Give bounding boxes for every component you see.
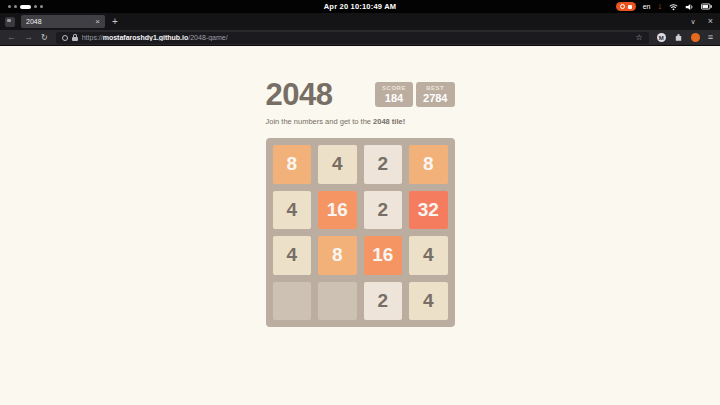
tile-2-r2c3: 2 bbox=[364, 191, 403, 230]
firefox-account-icon[interactable] bbox=[691, 33, 700, 42]
screen: Apr 20 10:10:49 AM en ↓ bbox=[0, 0, 720, 405]
workspace-indicator[interactable] bbox=[8, 5, 43, 9]
board: 84284162324816424 bbox=[266, 138, 455, 327]
best-box: BEST 2784 bbox=[416, 82, 454, 107]
system-tray: en ↓ bbox=[616, 2, 712, 11]
wifi-icon[interactable] bbox=[669, 3, 678, 11]
tile-16-r2c2: 16 bbox=[318, 191, 357, 230]
tile-4-r3c1: 4 bbox=[273, 236, 312, 275]
tracking-protection-icon[interactable] bbox=[62, 35, 68, 41]
extensions-puzzle-icon[interactable] bbox=[674, 33, 683, 42]
workspace-dot bbox=[8, 5, 11, 8]
list-tabs-chevron-icon[interactable]: ∨ bbox=[691, 18, 696, 26]
tile-4-r4c4: 4 bbox=[409, 282, 448, 321]
tab-title: 2048 bbox=[26, 18, 91, 25]
back-button[interactable]: ← bbox=[7, 33, 16, 42]
forward-button[interactable]: → bbox=[24, 33, 33, 42]
new-tab-button[interactable]: + bbox=[112, 17, 118, 27]
empty-cell-r4c2 bbox=[318, 282, 357, 321]
tile-4-r1c2: 4 bbox=[318, 145, 357, 184]
bookmark-star-icon[interactable]: ☆ bbox=[636, 34, 643, 42]
tab-close-icon[interactable]: × bbox=[95, 18, 100, 26]
score-value: 184 bbox=[382, 92, 406, 104]
updates-icon[interactable]: ↓ bbox=[658, 2, 663, 11]
lock-icon[interactable] bbox=[72, 37, 78, 41]
game-container: 2048 SCORE 184 BEST 2784 Join the number… bbox=[266, 79, 455, 405]
tile-8-r1c4: 8 bbox=[409, 145, 448, 184]
url-text: https://mostafaroshdy1.github.io/2048-ga… bbox=[82, 34, 632, 41]
tile-4-r2c1: 4 bbox=[273, 191, 312, 230]
empty-cell-r4c1 bbox=[273, 282, 312, 321]
tile-8-r1c1: 8 bbox=[273, 145, 312, 184]
subtitle-text: Join the numbers and get to the bbox=[266, 117, 374, 126]
window-close-icon[interactable]: × bbox=[708, 17, 713, 26]
tile-4-r3c4: 4 bbox=[409, 236, 448, 275]
record-icon bbox=[620, 4, 625, 9]
extension-badge-icon[interactable]: M bbox=[657, 33, 666, 42]
menu-icon[interactable]: ≡ bbox=[708, 33, 713, 42]
workspace-dot bbox=[34, 5, 37, 8]
tab-2048[interactable]: 2048 × bbox=[21, 15, 105, 28]
tile-2-r1c3: 2 bbox=[364, 145, 403, 184]
tile-8-r3c2: 8 bbox=[318, 236, 357, 275]
workspace-dot bbox=[40, 5, 43, 8]
url-path: /2048-game/ bbox=[188, 34, 227, 41]
tile-32-r2c4: 32 bbox=[409, 191, 448, 230]
url-scheme: https:// bbox=[82, 34, 103, 41]
navigation-bar: ← → ↻ https://mostafaroshdy1.github.io/2… bbox=[0, 30, 720, 46]
firefox-view-icon[interactable] bbox=[5, 17, 15, 27]
battery-icon[interactable] bbox=[701, 3, 712, 10]
tab-strip: 2048 × + ∨ × bbox=[0, 13, 720, 30]
screencast-indicator[interactable] bbox=[616, 2, 636, 11]
tile-16-r3c3: 16 bbox=[364, 236, 403, 275]
workspace-active-pill bbox=[20, 5, 31, 9]
clock[interactable]: Apr 20 10:10:49 AM bbox=[0, 2, 720, 11]
best-label: BEST bbox=[423, 85, 447, 91]
workspace-dot bbox=[14, 5, 17, 8]
score-box: SCORE 184 bbox=[375, 82, 413, 107]
keyboard-layout[interactable]: en bbox=[643, 3, 651, 10]
url-domain: mostafaroshdy1.github.io bbox=[103, 34, 189, 41]
page: 2048 SCORE 184 BEST 2784 Join the number… bbox=[0, 46, 720, 405]
url-bar[interactable]: https://mostafaroshdy1.github.io/2048-ga… bbox=[56, 32, 649, 44]
score-label: SCORE bbox=[382, 85, 406, 91]
reload-button[interactable]: ↻ bbox=[41, 34, 48, 42]
subtitle-bold: 2048 tile! bbox=[373, 117, 405, 126]
subtitle: Join the numbers and get to the 2048 til… bbox=[266, 117, 455, 126]
best-value: 2784 bbox=[423, 92, 447, 104]
system-bar: Apr 20 10:10:49 AM en ↓ bbox=[0, 0, 720, 13]
scoreboard: SCORE 184 BEST 2784 bbox=[375, 82, 454, 107]
tile-2-r4c3: 2 bbox=[364, 282, 403, 321]
page-title: 2048 bbox=[266, 79, 333, 110]
stop-icon bbox=[628, 5, 632, 9]
heading-row: 2048 SCORE 184 BEST 2784 bbox=[266, 79, 455, 110]
volume-icon[interactable] bbox=[685, 3, 694, 11]
